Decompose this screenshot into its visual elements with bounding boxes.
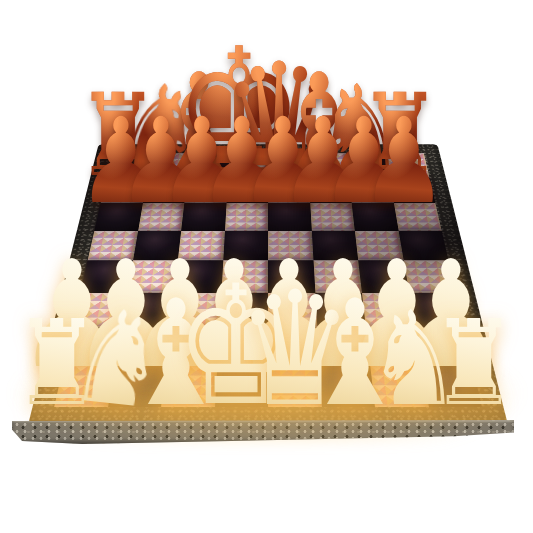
piece-black-pawn-h7: ♟ [361, 102, 448, 220]
pieces-layer: ♜♞♝♚♛♝♞♜♟♟♟♟♟♟♟♟♟♟♟♟♟♟♟♟♜♞♝♚♛♝♞♜ [0, 0, 533, 533]
photo-stage: Wooden chess set on a grey stone board —… [0, 0, 533, 533]
piece-white-rook-h1: ♜ [431, 304, 518, 422]
